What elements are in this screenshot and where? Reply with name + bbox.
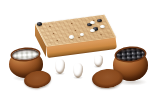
black-stone-R14 <box>97 19 102 23</box>
go-set-photo <box>0 0 150 100</box>
white-stone-O7 <box>90 29 95 33</box>
white-stone-H4 <box>69 35 74 39</box>
